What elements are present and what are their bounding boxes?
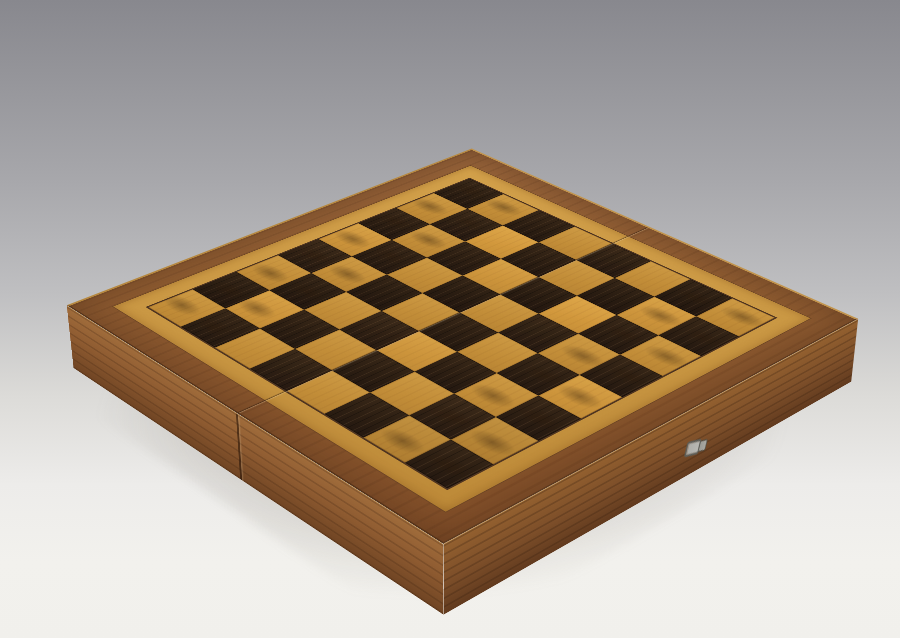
chess-board: ♜♞♝♛♚♝♞♜♟♟♟♟♟♟♟♟♟♟♟♟♟♟♟♟♜♞♝♛♚♝♞♜ xyxy=(67,148,859,544)
photo-background: ♜♞♝♛♚♝♞♜♟♟♟♟♟♟♟♟♟♟♟♟♟♟♟♟♜♞♝♛♚♝♞♜ xyxy=(0,0,900,638)
fold-seam-side xyxy=(236,414,242,481)
latch-clasp-icon xyxy=(683,434,710,461)
scene: ♜♞♝♛♚♝♞♜♟♟♟♟♟♟♟♟♟♟♟♟♟♟♟♟♜♞♝♛♚♝♞♜ xyxy=(0,0,900,638)
